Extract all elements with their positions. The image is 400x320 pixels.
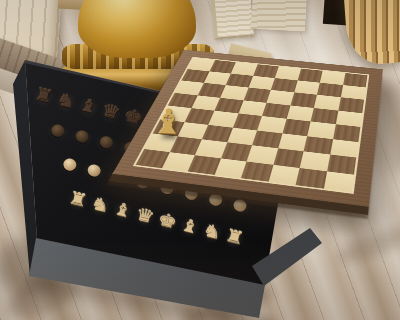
light-pawn [159,181,174,196]
dark-pawn [99,135,114,150]
light-piece-n: ♞ [89,194,111,215]
light-piece-b: ♝ [179,216,201,237]
light-piece-b: ♝ [112,199,134,220]
old-book [251,0,307,31]
light-pawn [62,157,77,172]
light-pawn [86,163,101,178]
scene: ♜♞♝♛♚♝♞♜ ♜♞♝♛♚♝♞♜ ♝ [0,0,400,320]
dark-piece-r: ♜ [33,85,55,106]
standing-piece: ♝ [151,104,185,140]
board-square [296,168,327,189]
light-piece-k: ♚ [156,210,178,231]
dark-piece-q: ♛ [100,101,122,122]
dark-pawn [74,129,89,144]
board-square [268,164,300,185]
light-pawn [208,192,223,207]
old-book [210,0,254,40]
dark-piece-b: ♝ [78,95,100,116]
light-piece-r: ♜ [224,226,246,247]
dark-pawn [50,123,65,138]
dark-piece-n: ♞ [55,90,77,111]
light-piece-q: ♛ [134,205,156,226]
light-piece-n: ♞ [201,221,223,242]
light-pawn [184,186,199,201]
light-pawn [232,198,247,213]
light-piece-r: ♜ [67,189,89,210]
board-square [323,171,354,192]
brass-dome [78,0,196,58]
